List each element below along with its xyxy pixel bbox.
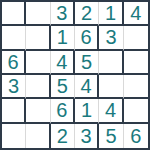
cell-r2c4[interactable]: 6 bbox=[75, 26, 99, 50]
cell-r2c6[interactable] bbox=[124, 26, 148, 50]
cell-r4c6[interactable] bbox=[124, 75, 148, 99]
cell-r1c4[interactable]: 2 bbox=[75, 2, 99, 26]
given-digit: 5 bbox=[57, 76, 68, 96]
cell-r5c6[interactable] bbox=[124, 99, 148, 123]
cell-r1c1[interactable] bbox=[2, 2, 26, 26]
cell-r3c6[interactable] bbox=[124, 51, 148, 75]
cell-r4c5[interactable] bbox=[99, 75, 123, 99]
cell-r1c6[interactable]: 4 bbox=[124, 2, 148, 26]
cell-r4c1[interactable]: 3 bbox=[2, 75, 26, 99]
cell-r1c2[interactable] bbox=[26, 2, 50, 26]
cell-r6c2[interactable] bbox=[26, 124, 50, 148]
given-digit: 1 bbox=[105, 3, 116, 23]
cell-r3c2[interactable] bbox=[26, 51, 50, 75]
cell-r5c3[interactable]: 6 bbox=[51, 99, 75, 123]
given-digit: 6 bbox=[130, 126, 141, 146]
cell-r2c5[interactable]: 3 bbox=[99, 26, 123, 50]
cell-r5c2[interactable] bbox=[26, 99, 50, 123]
cell-r6c3[interactable]: 2 bbox=[51, 124, 75, 148]
cell-r6c5[interactable]: 5 bbox=[99, 124, 123, 148]
given-digit: 6 bbox=[81, 27, 92, 47]
given-digit: 3 bbox=[8, 76, 19, 96]
cell-r3c4[interactable]: 5 bbox=[75, 51, 99, 75]
cell-r5c1[interactable] bbox=[2, 99, 26, 123]
given-digit: 1 bbox=[57, 27, 68, 47]
cell-r2c2[interactable] bbox=[26, 26, 50, 50]
cell-r4c2[interactable] bbox=[26, 75, 50, 99]
given-digit: 6 bbox=[8, 52, 19, 72]
cell-r4c3[interactable]: 5 bbox=[51, 75, 75, 99]
given-digit: 3 bbox=[56, 3, 67, 23]
cell-r3c1[interactable]: 6 bbox=[2, 51, 26, 75]
cell-r6c6[interactable]: 6 bbox=[124, 124, 148, 148]
cell-r1c5[interactable]: 1 bbox=[99, 2, 123, 26]
cell-r3c5[interactable] bbox=[99, 51, 123, 75]
cell-r1c3[interactable]: 3 bbox=[51, 2, 75, 26]
given-digit: 1 bbox=[81, 100, 92, 120]
cell-r4c4[interactable]: 4 bbox=[75, 75, 99, 99]
given-digit: 2 bbox=[57, 126, 68, 146]
cell-r2c3[interactable]: 1 bbox=[51, 26, 75, 50]
given-digit: 4 bbox=[130, 3, 141, 23]
given-digit: 3 bbox=[81, 126, 92, 146]
cell-r2c1[interactable] bbox=[2, 26, 26, 50]
given-digit: 2 bbox=[81, 3, 92, 23]
cell-r6c1[interactable] bbox=[2, 124, 26, 148]
given-digit: 5 bbox=[81, 52, 92, 72]
cell-r5c4[interactable]: 1 bbox=[75, 99, 99, 123]
bricks-board: 32141636453546142356 bbox=[0, 0, 150, 150]
given-digit: 4 bbox=[81, 76, 92, 96]
given-digit: 5 bbox=[105, 126, 116, 146]
cell-r5c5[interactable]: 4 bbox=[99, 99, 123, 123]
given-digit: 4 bbox=[56, 52, 67, 72]
given-digit: 6 bbox=[56, 100, 67, 120]
cell-r3c3[interactable]: 4 bbox=[51, 51, 75, 75]
given-digit: 3 bbox=[105, 27, 116, 47]
cell-r6c4[interactable]: 3 bbox=[75, 124, 99, 148]
given-digit: 4 bbox=[105, 100, 116, 120]
